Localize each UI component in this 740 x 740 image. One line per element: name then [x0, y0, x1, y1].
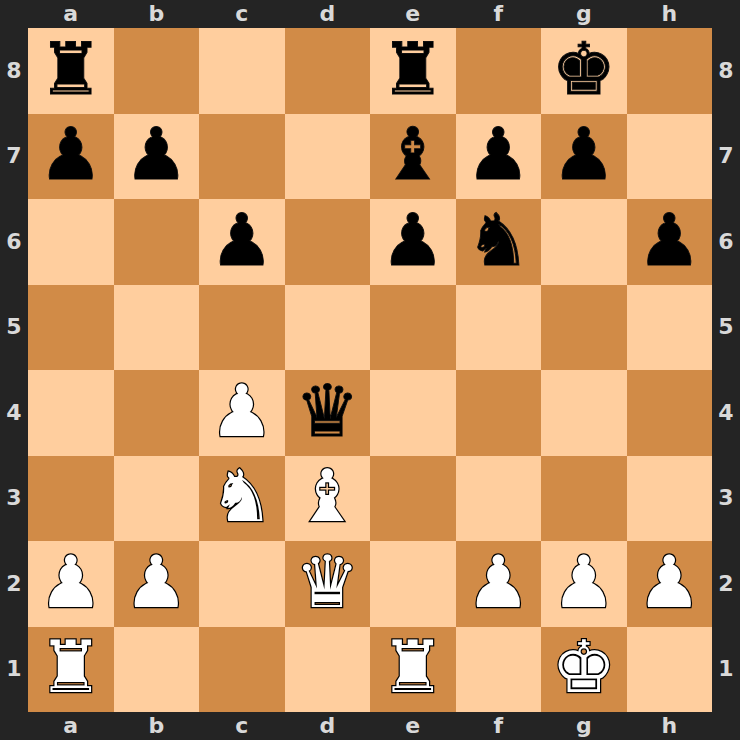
file-label-top-d: d	[285, 0, 371, 28]
square-e3[interactable]	[370, 456, 456, 542]
square-h4[interactable]	[627, 370, 713, 456]
rank-label-left-2: 2	[0, 541, 28, 627]
file-labels-top: abcdefgh	[28, 0, 712, 28]
file-label-top-g: g	[541, 0, 627, 28]
square-g4[interactable]	[541, 370, 627, 456]
square-e2[interactable]	[370, 541, 456, 627]
piece-black-pawn[interactable]: ♟	[551, 118, 616, 190]
rank-label-right-7: 7	[712, 114, 740, 200]
piece-white-knight[interactable]: ♞	[209, 460, 274, 532]
square-g2[interactable]: ♟	[541, 541, 627, 627]
square-g6[interactable]	[541, 199, 627, 285]
square-b3[interactable]	[114, 456, 200, 542]
square-a5[interactable]	[28, 285, 114, 371]
square-h8[interactable]	[627, 28, 713, 114]
file-label-bottom-f: f	[456, 712, 542, 740]
square-c4[interactable]: ♟	[199, 370, 285, 456]
rank-label-right-3: 3	[712, 456, 740, 542]
square-d6[interactable]	[285, 199, 371, 285]
piece-black-knight[interactable]: ♞	[466, 204, 531, 276]
rank-label-right-4: 4	[712, 370, 740, 456]
square-a6[interactable]	[28, 199, 114, 285]
square-b1[interactable]	[114, 627, 200, 713]
rank-label-right-6: 6	[712, 199, 740, 285]
square-c7[interactable]	[199, 114, 285, 200]
square-g3[interactable]	[541, 456, 627, 542]
square-b2[interactable]: ♟	[114, 541, 200, 627]
square-h2[interactable]: ♟	[627, 541, 713, 627]
piece-black-pawn[interactable]: ♟	[380, 204, 445, 276]
square-b7[interactable]: ♟	[114, 114, 200, 200]
piece-white-queen[interactable]: ♛	[295, 546, 360, 618]
square-a1[interactable]: ♜	[28, 627, 114, 713]
file-label-bottom-d: d	[285, 712, 371, 740]
square-f8[interactable]	[456, 28, 542, 114]
square-b8[interactable]	[114, 28, 200, 114]
file-label-top-e: e	[370, 0, 456, 28]
square-d3[interactable]: ♝	[285, 456, 371, 542]
file-label-bottom-h: h	[627, 712, 713, 740]
rank-label-right-2: 2	[712, 541, 740, 627]
file-label-top-a: a	[28, 0, 114, 28]
square-a2[interactable]: ♟	[28, 541, 114, 627]
piece-black-bishop[interactable]: ♝	[380, 118, 445, 190]
file-label-bottom-e: e	[370, 712, 456, 740]
rank-label-right-1: 1	[712, 627, 740, 713]
square-e7[interactable]: ♝	[370, 114, 456, 200]
square-f7[interactable]: ♟	[456, 114, 542, 200]
piece-black-king[interactable]: ♚	[551, 33, 616, 105]
square-d8[interactable]	[285, 28, 371, 114]
piece-black-pawn[interactable]: ♟	[466, 118, 531, 190]
square-g1[interactable]: ♚	[541, 627, 627, 713]
square-b5[interactable]	[114, 285, 200, 371]
rank-label-left-5: 5	[0, 285, 28, 371]
square-c2[interactable]	[199, 541, 285, 627]
file-label-top-h: h	[627, 0, 713, 28]
square-h6[interactable]: ♟	[627, 199, 713, 285]
square-h5[interactable]	[627, 285, 713, 371]
square-b6[interactable]	[114, 199, 200, 285]
piece-black-pawn[interactable]: ♟	[124, 118, 189, 190]
rank-labels-right: 87654321	[712, 28, 740, 712]
square-e5[interactable]	[370, 285, 456, 371]
square-c1[interactable]	[199, 627, 285, 713]
file-label-bottom-a: a	[28, 712, 114, 740]
square-c6[interactable]: ♟	[199, 199, 285, 285]
square-f4[interactable]	[456, 370, 542, 456]
square-c3[interactable]: ♞	[199, 456, 285, 542]
square-d4[interactable]: ♛	[285, 370, 371, 456]
chessboard-app: abcdefgh abcdefgh 87654321 87654321 ♜♜♚♟…	[0, 0, 740, 740]
file-label-top-b: b	[114, 0, 200, 28]
piece-black-queen[interactable]: ♛	[295, 375, 360, 447]
square-g7[interactable]: ♟	[541, 114, 627, 200]
rank-label-left-1: 1	[0, 627, 28, 713]
square-a3[interactable]	[28, 456, 114, 542]
square-f3[interactable]	[456, 456, 542, 542]
rank-label-right-5: 5	[712, 285, 740, 371]
square-f2[interactable]: ♟	[456, 541, 542, 627]
square-h3[interactable]	[627, 456, 713, 542]
chess-board: ♜♜♚♟♟♝♟♟♟♟♞♟♟♛♞♝♟♟♛♟♟♟♜♜♚	[28, 28, 712, 712]
file-labels-bottom: abcdefgh	[28, 712, 712, 740]
rank-label-left-4: 4	[0, 370, 28, 456]
piece-white-pawn[interactable]: ♟	[466, 546, 531, 618]
square-e4[interactable]	[370, 370, 456, 456]
piece-white-pawn[interactable]: ♟	[124, 546, 189, 618]
piece-white-rook[interactable]: ♜	[38, 631, 103, 703]
piece-white-pawn[interactable]: ♟	[38, 546, 103, 618]
piece-black-pawn[interactable]: ♟	[637, 204, 702, 276]
square-g5[interactable]	[541, 285, 627, 371]
square-d2[interactable]: ♛	[285, 541, 371, 627]
square-h7[interactable]	[627, 114, 713, 200]
file-label-bottom-g: g	[541, 712, 627, 740]
piece-white-pawn[interactable]: ♟	[637, 546, 702, 618]
piece-black-pawn[interactable]: ♟	[38, 118, 103, 190]
file-label-top-c: c	[199, 0, 285, 28]
piece-white-king[interactable]: ♚	[551, 631, 616, 703]
square-d5[interactable]	[285, 285, 371, 371]
piece-white-pawn[interactable]: ♟	[209, 375, 274, 447]
square-d1[interactable]	[285, 627, 371, 713]
rank-label-left-3: 3	[0, 456, 28, 542]
piece-white-pawn[interactable]: ♟	[551, 546, 616, 618]
rank-label-right-8: 8	[712, 28, 740, 114]
square-a4[interactable]	[28, 370, 114, 456]
square-e8[interactable]: ♜	[370, 28, 456, 114]
square-a7[interactable]: ♟	[28, 114, 114, 200]
file-label-top-f: f	[456, 0, 542, 28]
piece-white-rook[interactable]: ♜	[380, 631, 445, 703]
square-h1[interactable]	[627, 627, 713, 713]
file-label-bottom-c: c	[199, 712, 285, 740]
rank-label-left-8: 8	[0, 28, 28, 114]
piece-black-rook[interactable]: ♜	[38, 33, 103, 105]
piece-black-pawn[interactable]: ♟	[209, 204, 274, 276]
piece-black-rook[interactable]: ♜	[380, 33, 445, 105]
square-f5[interactable]	[456, 285, 542, 371]
square-d7[interactable]	[285, 114, 371, 200]
square-a8[interactable]: ♜	[28, 28, 114, 114]
piece-white-bishop[interactable]: ♝	[295, 460, 360, 532]
square-c8[interactable]	[199, 28, 285, 114]
file-label-bottom-b: b	[114, 712, 200, 740]
square-e1[interactable]: ♜	[370, 627, 456, 713]
square-f6[interactable]: ♞	[456, 199, 542, 285]
square-g8[interactable]: ♚	[541, 28, 627, 114]
square-b4[interactable]	[114, 370, 200, 456]
rank-label-left-6: 6	[0, 199, 28, 285]
rank-labels-left: 87654321	[0, 28, 28, 712]
square-f1[interactable]	[456, 627, 542, 713]
rank-label-left-7: 7	[0, 114, 28, 200]
square-c5[interactable]	[199, 285, 285, 371]
square-e6[interactable]: ♟	[370, 199, 456, 285]
